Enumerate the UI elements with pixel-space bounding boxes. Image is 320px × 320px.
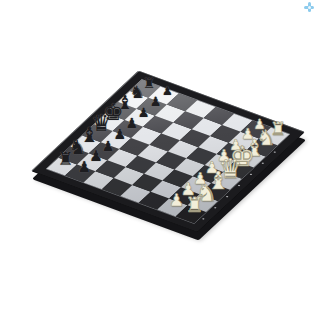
- chessboard: ♜♞♝♛♚♝♞♜♟♟♟♟♟♟♟♟♟♟♟♟♟♟♟♟♜♞♝♛♚♝♞♜: [31, 71, 305, 233]
- frame-magnet-dot: [214, 207, 217, 209]
- board-grid: ♜♞♝♛♚♝♞♜♟♟♟♟♟♟♟♟♟♟♟♟♟♟♟♟♜♞♝♛♚♝♞♜: [47, 80, 290, 223]
- frame-magnet-dot: [249, 174, 252, 176]
- frame-magnet-dot: [273, 151, 276, 153]
- frame-magnet-dot: [261, 162, 264, 164]
- frame-magnet-dot: [202, 218, 205, 220]
- product-photo: ♜♞♝♛♚♝♞♜♟♟♟♟♟♟♟♟♟♟♟♟♟♟♟♟♜♞♝♛♚♝♞♜: [0, 0, 320, 320]
- frame-magnet-dot: [238, 185, 241, 187]
- chessboard-scene: ♜♞♝♛♚♝♞♜♟♟♟♟♟♟♟♟♟♟♟♟♟♟♟♟♜♞♝♛♚♝♞♜: [0, 0, 320, 320]
- frame-magnet-dot: [226, 196, 229, 198]
- plus-center-highlight: [308, 6, 311, 9]
- blue-plus-icon: [304, 2, 314, 12]
